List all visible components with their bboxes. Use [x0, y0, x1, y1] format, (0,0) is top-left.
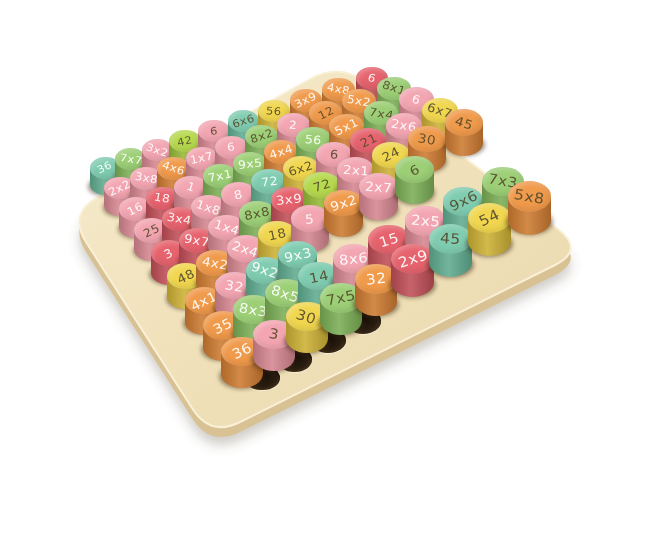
peg-label: 45	[439, 230, 461, 248]
peg-top: 45	[445, 109, 483, 135]
peg-top: 2x7	[359, 173, 398, 200]
peg-label: 56	[266, 104, 283, 118]
peg-top: 5x8	[508, 181, 552, 212]
peg-label: 6	[209, 125, 218, 139]
peg-label: 6	[410, 91, 422, 107]
peg-label: 3	[162, 245, 176, 261]
scene: 367x73x24266x6563x94x862x23x84x61x768x22…	[0, 0, 650, 550]
peg-label: 8x6	[338, 249, 369, 268]
peg-label: 16	[125, 199, 145, 218]
peg-label: 72	[260, 174, 279, 190]
peg-label: 3x8	[134, 170, 159, 187]
peg-label: 4x6	[161, 159, 187, 178]
peg-label: 7x1	[207, 167, 233, 185]
peg-grid: 367x73x24266x6563x94x862x23x84x61x768x22…	[0, 0, 650, 550]
peg-label: 1	[185, 180, 197, 195]
peg-label: 36	[96, 159, 115, 176]
peg-label: 1x8	[194, 197, 222, 218]
peg-label: 2	[289, 118, 298, 131]
peg-label: 3x2	[145, 141, 170, 159]
peg-label: 6	[407, 161, 422, 178]
peg-label: 18	[267, 225, 288, 243]
peg-label: 48	[175, 266, 197, 286]
peg-label: 14	[308, 266, 331, 285]
peg-label: 54	[476, 206, 502, 230]
peg-label: 1x7	[189, 149, 215, 166]
peg-label: 5x8	[513, 185, 546, 208]
peg-label: 6	[227, 141, 236, 155]
peg-label: 1x4	[212, 217, 241, 238]
peg-label: 18	[153, 191, 171, 207]
peg-label: 2x7	[364, 178, 392, 195]
peg-top: 54	[468, 203, 511, 233]
peg-top: 45	[429, 224, 472, 254]
peg-label: 2x9	[396, 247, 430, 272]
peg-label: 32	[224, 277, 245, 295]
peg-label: 9x5	[237, 157, 263, 172]
peg-label: 25	[141, 221, 162, 241]
peg-label: 45	[453, 113, 475, 133]
peg-label: 8	[233, 187, 244, 202]
peg-label: 30	[294, 306, 318, 328]
peg-label: 6	[366, 71, 378, 86]
peg-label: 9x2	[328, 192, 358, 214]
peg-label: 42	[176, 133, 194, 149]
peg-label: 5	[304, 211, 315, 227]
peg-label: 8x8	[243, 204, 271, 223]
peg-label: 56	[305, 132, 323, 147]
peg-label: 30	[417, 130, 437, 148]
peg-label: 6	[329, 147, 339, 161]
peg-top: 30	[408, 126, 446, 152]
peg-label: 72	[311, 176, 332, 195]
peg-label: 3x9	[275, 192, 302, 208]
peg-label: 9x3	[282, 244, 312, 264]
peg-label: 32	[365, 270, 387, 289]
peg-label: 3	[267, 325, 280, 343]
peg-label: 7x7	[119, 151, 143, 167]
